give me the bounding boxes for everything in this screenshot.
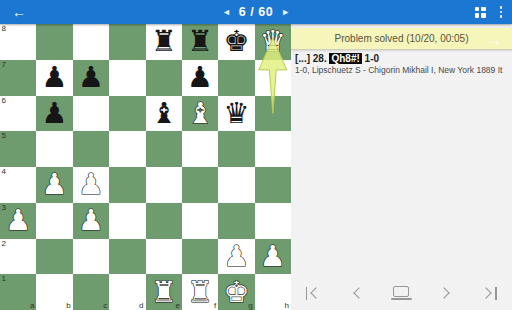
square-c2[interactable] [73, 239, 109, 275]
square-e4[interactable] [146, 167, 182, 203]
square-b2[interactable] [36, 239, 72, 275]
top-bar-actions [475, 0, 505, 24]
piece-white-rook: ♜ [182, 274, 218, 310]
square-h6[interactable] [255, 96, 291, 132]
square-h7[interactable] [255, 60, 291, 96]
square-g2[interactable]: ♟ [218, 239, 254, 275]
square-b3[interactable] [36, 203, 72, 239]
chess-tactics-app: ← ◄ 6 / 60 ► 8♜♜♚♛7♟♟♟6♟♝♝♛54♟♟3♟♟2♟♟1ab… [0, 0, 512, 310]
square-g6[interactable]: ♛ [218, 96, 254, 132]
next-puzzle-icon[interactable]: ► [281, 7, 290, 17]
info-panel: Problem solved (10/20, 00:05) → [...] 28… [291, 24, 512, 310]
square-b4[interactable]: ♟ [36, 167, 72, 203]
piece-black-rook: ♜ [146, 24, 182, 60]
square-d1[interactable]: d [109, 274, 145, 310]
file-label-f: f [214, 301, 216, 310]
current-move[interactable]: Qh8#! [329, 53, 361, 64]
piece-black-pawn: ♟ [182, 60, 218, 96]
square-f1[interactable]: f♜ [182, 274, 218, 310]
square-e5[interactable] [146, 131, 182, 167]
square-h5[interactable] [255, 131, 291, 167]
square-b1[interactable]: b [36, 274, 72, 310]
square-b7[interactable]: ♟ [36, 60, 72, 96]
square-h2[interactable]: ♟ [255, 239, 291, 275]
square-g4[interactable] [218, 167, 254, 203]
file-label-d: d [139, 301, 143, 310]
square-g7[interactable] [218, 60, 254, 96]
square-a4[interactable]: 4 [0, 167, 36, 203]
square-d6[interactable] [109, 96, 145, 132]
square-d3[interactable] [109, 203, 145, 239]
file-label-b: b [66, 301, 70, 310]
piece-white-pawn: ♟ [218, 239, 254, 275]
square-c3[interactable]: ♟ [73, 203, 109, 239]
board-area: 8♜♜♚♛7♟♟♟6♟♝♝♛54♟♟3♟♟2♟♟1abcde♜f♜g♚h [0, 24, 291, 310]
rank-label-4: 4 [2, 167, 6, 176]
computer-icon [391, 286, 412, 301]
square-e3[interactable] [146, 203, 182, 239]
piece-black-bishop: ♝ [146, 96, 182, 132]
rank-label-1: 1 [2, 274, 6, 283]
rank-label-8: 8 [2, 24, 6, 33]
square-g5[interactable] [218, 131, 254, 167]
square-c4[interactable]: ♟ [73, 167, 109, 203]
next-problem-arrow-icon[interactable]: → [487, 28, 502, 50]
piece-white-pawn: ♟ [36, 167, 72, 203]
square-a7[interactable]: 7 [0, 60, 36, 96]
move-navigation-bar [291, 276, 512, 310]
piece-white-pawn: ♟ [73, 203, 109, 239]
rank-label-6: 6 [2, 96, 6, 105]
square-e7[interactable] [146, 60, 182, 96]
move-number: 28. [313, 53, 327, 64]
chess-board[interactable]: 8♜♜♚♛7♟♟♟6♟♝♝♛54♟♟3♟♟2♟♟1abcde♜f♜g♚h [0, 24, 291, 310]
top-bar: ← ◄ 6 / 60 ► [0, 0, 512, 24]
move-prefix: [...] [295, 53, 310, 64]
square-d8[interactable] [109, 24, 145, 60]
square-d4[interactable] [109, 167, 145, 203]
square-a8[interactable]: 8 [0, 24, 36, 60]
puzzle-counter-label: 6 / 60 [239, 5, 273, 19]
square-h8[interactable]: ♛ [255, 24, 291, 60]
square-c8[interactable] [73, 24, 109, 60]
chevron-left-icon [311, 287, 322, 298]
square-b8[interactable] [36, 24, 72, 60]
piece-white-pawn: ♟ [73, 167, 109, 203]
next-move-button[interactable] [434, 281, 458, 305]
square-f8[interactable]: ♜ [182, 24, 218, 60]
file-label-g: g [248, 301, 252, 310]
file-label-h: h [285, 301, 289, 310]
square-a6[interactable]: 6 [0, 96, 36, 132]
square-c7[interactable]: ♟ [73, 60, 109, 96]
piece-black-pawn: ♟ [73, 60, 109, 96]
problem-solved-text: Problem solved (10/20, 00:05) [335, 33, 469, 44]
piece-black-queen: ♛ [218, 96, 254, 132]
puzzle-counter: ◄ 6 / 60 ► [0, 0, 512, 24]
square-d5[interactable] [109, 131, 145, 167]
computer-analysis-button[interactable] [389, 281, 413, 305]
square-f7[interactable]: ♟ [182, 60, 218, 96]
piece-white-pawn: ♟ [255, 239, 291, 275]
square-e1[interactable]: e♜ [146, 274, 182, 310]
square-a5[interactable]: 5 [0, 131, 36, 167]
previous-puzzle-icon[interactable]: ◄ [222, 7, 231, 17]
game-info: 1-0, Lipschuetz S - Chigorin Mikhail I, … [295, 65, 511, 75]
square-e6[interactable]: ♝ [146, 96, 182, 132]
square-e2[interactable] [146, 239, 182, 275]
rank-label-2: 2 [2, 239, 6, 248]
rank-label-5: 5 [2, 131, 6, 140]
square-a1[interactable]: 1a [0, 274, 36, 310]
piece-black-pawn: ♟ [36, 60, 72, 96]
square-f5[interactable] [182, 131, 218, 167]
square-c5[interactable] [73, 131, 109, 167]
file-label-a: a [30, 301, 34, 310]
square-g1[interactable]: g♚ [218, 274, 254, 310]
square-f3[interactable] [182, 203, 218, 239]
game-result: 1-0 [365, 53, 379, 64]
chevron-right-icon [438, 287, 449, 298]
square-c6[interactable] [73, 96, 109, 132]
file-label-c: c [103, 301, 107, 310]
square-g8[interactable]: ♚ [218, 24, 254, 60]
square-b5[interactable] [36, 131, 72, 167]
square-d2[interactable] [109, 239, 145, 275]
piece-black-pawn: ♟ [36, 96, 72, 132]
puzzle-grid-icon[interactable] [475, 7, 486, 18]
first-move-button[interactable] [301, 281, 325, 305]
rank-label-7: 7 [2, 60, 6, 69]
move-list: [...] 28. Qh8#! 1-0 [295, 53, 510, 64]
previous-move-button[interactable] [345, 281, 369, 305]
square-a2[interactable]: 2 [0, 239, 36, 275]
square-a3[interactable]: 3♟ [0, 203, 36, 239]
square-h4[interactable] [255, 167, 291, 203]
chevron-left-icon [354, 287, 365, 298]
piece-black-rook: ♜ [182, 24, 218, 60]
problem-solved-banner: Problem solved (10/20, 00:05) → [291, 28, 512, 50]
file-label-e: e [175, 301, 179, 310]
square-f6[interactable]: ♝ [182, 96, 218, 132]
square-h1[interactable]: h [255, 274, 291, 310]
piece-white-bishop: ♝ [182, 96, 218, 132]
square-b6[interactable]: ♟ [36, 96, 72, 132]
rank-label-3: 3 [2, 203, 6, 212]
square-d7[interactable] [109, 60, 145, 96]
square-f4[interactable] [182, 167, 218, 203]
piece-white-queen: ♛ [255, 24, 291, 60]
piece-black-king: ♚ [218, 24, 254, 60]
chevron-right-icon [481, 287, 492, 298]
square-g3[interactable] [218, 203, 254, 239]
overflow-menu-icon[interactable] [498, 4, 505, 20]
square-f2[interactable] [182, 239, 218, 275]
last-move-button[interactable] [478, 281, 502, 305]
square-e8[interactable]: ♜ [146, 24, 182, 60]
square-h3[interactable] [255, 203, 291, 239]
square-c1[interactable]: c [73, 274, 109, 310]
